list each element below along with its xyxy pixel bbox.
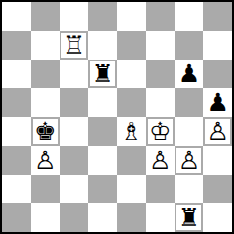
square-g5[interactable]: [175, 88, 204, 117]
square-d6[interactable]: ♜: [88, 60, 117, 89]
square-h6[interactable]: [203, 60, 232, 89]
square-h2[interactable]: [203, 175, 232, 204]
black-pawn-icon: ♟: [178, 61, 200, 86]
square-d3[interactable]: [88, 146, 117, 175]
square-g4[interactable]: [175, 117, 204, 146]
square-e5[interactable]: [117, 88, 146, 117]
piece-patch: ♖: [61, 33, 86, 58]
piece-patch: ♟: [205, 90, 230, 115]
square-h3[interactable]: [203, 146, 232, 175]
square-b2[interactable]: [31, 175, 60, 204]
white-king-icon: ♔: [149, 119, 171, 144]
square-b5[interactable]: [31, 88, 60, 117]
square-d1[interactable]: [88, 203, 117, 232]
white-pawn-icon: ♙: [206, 119, 228, 144]
piece-patch: ♜: [90, 61, 115, 86]
square-e4[interactable]: ♗: [117, 117, 146, 146]
square-b4[interactable]: ♚: [31, 117, 60, 146]
square-b3[interactable]: ♙: [31, 146, 60, 175]
square-f4[interactable]: ♔: [146, 117, 175, 146]
piece-patch: ♔: [148, 119, 173, 144]
square-e7[interactable]: [117, 31, 146, 60]
square-g6[interactable]: ♟: [175, 60, 204, 89]
square-f2[interactable]: [146, 175, 175, 204]
square-c4[interactable]: [60, 117, 89, 146]
square-g2[interactable]: [175, 175, 204, 204]
black-pawn-icon: ♟: [206, 90, 228, 115]
piece-patch: ♗: [119, 119, 144, 144]
square-e8[interactable]: [117, 2, 146, 31]
piece-patch: ♙: [148, 148, 173, 173]
white-pawn-icon: ♙: [34, 148, 56, 173]
square-b7[interactable]: [31, 31, 60, 60]
square-a7[interactable]: [2, 31, 31, 60]
white-bishop-icon: ♗: [120, 119, 142, 144]
square-a6[interactable]: [2, 60, 31, 89]
piece-patch: ♙: [33, 148, 58, 173]
square-d2[interactable]: [88, 175, 117, 204]
white-pawn-icon: ♙: [149, 148, 171, 173]
black-rook-icon: ♜: [178, 205, 200, 230]
square-g8[interactable]: [175, 2, 204, 31]
square-b1[interactable]: [31, 203, 60, 232]
chess-board: ♖♜♟♟♚♗♔♙♙♙♙♜: [2, 2, 232, 232]
chess-diagram-frame: ♖♜♟♟♚♗♔♙♙♙♙♜: [0, 0, 234, 234]
square-g1[interactable]: ♜: [175, 203, 204, 232]
square-e6[interactable]: [117, 60, 146, 89]
square-a2[interactable]: [2, 175, 31, 204]
square-c6[interactable]: [60, 60, 89, 89]
square-f8[interactable]: [146, 2, 175, 31]
square-d7[interactable]: [88, 31, 117, 60]
piece-patch: ♙: [176, 148, 201, 173]
square-c8[interactable]: [60, 2, 89, 31]
square-f3[interactable]: ♙: [146, 146, 175, 175]
square-c1[interactable]: [60, 203, 89, 232]
square-f5[interactable]: [146, 88, 175, 117]
square-g7[interactable]: [175, 31, 204, 60]
square-d4[interactable]: [88, 117, 117, 146]
square-h4[interactable]: ♙: [203, 117, 232, 146]
square-h8[interactable]: [203, 2, 232, 31]
square-d5[interactable]: [88, 88, 117, 117]
square-g3[interactable]: ♙: [175, 146, 204, 175]
square-h5[interactable]: ♟: [203, 88, 232, 117]
black-king-icon: ♚: [34, 119, 56, 144]
square-c7[interactable]: ♖: [60, 31, 89, 60]
square-b8[interactable]: [31, 2, 60, 31]
square-c5[interactable]: [60, 88, 89, 117]
square-b6[interactable]: [31, 60, 60, 89]
black-rook-icon: ♜: [91, 61, 113, 86]
square-e3[interactable]: [117, 146, 146, 175]
square-c3[interactable]: [60, 146, 89, 175]
square-a1[interactable]: [2, 203, 31, 232]
square-f6[interactable]: [146, 60, 175, 89]
piece-patch: ♚: [33, 119, 58, 144]
square-d8[interactable]: [88, 2, 117, 31]
square-h7[interactable]: [203, 31, 232, 60]
piece-patch: ♟: [176, 61, 201, 86]
white-pawn-icon: ♙: [178, 148, 200, 173]
square-e2[interactable]: [117, 175, 146, 204]
square-a3[interactable]: [2, 146, 31, 175]
square-e1[interactable]: [117, 203, 146, 232]
square-a5[interactable]: [2, 88, 31, 117]
square-h1[interactable]: [203, 203, 232, 232]
square-a8[interactable]: [2, 2, 31, 31]
square-f1[interactable]: [146, 203, 175, 232]
square-f7[interactable]: [146, 31, 175, 60]
piece-patch: ♙: [205, 119, 230, 144]
square-c2[interactable]: [60, 175, 89, 204]
white-rook-icon: ♖: [63, 33, 85, 58]
square-a4[interactable]: [2, 117, 31, 146]
piece-patch: ♜: [176, 205, 201, 230]
